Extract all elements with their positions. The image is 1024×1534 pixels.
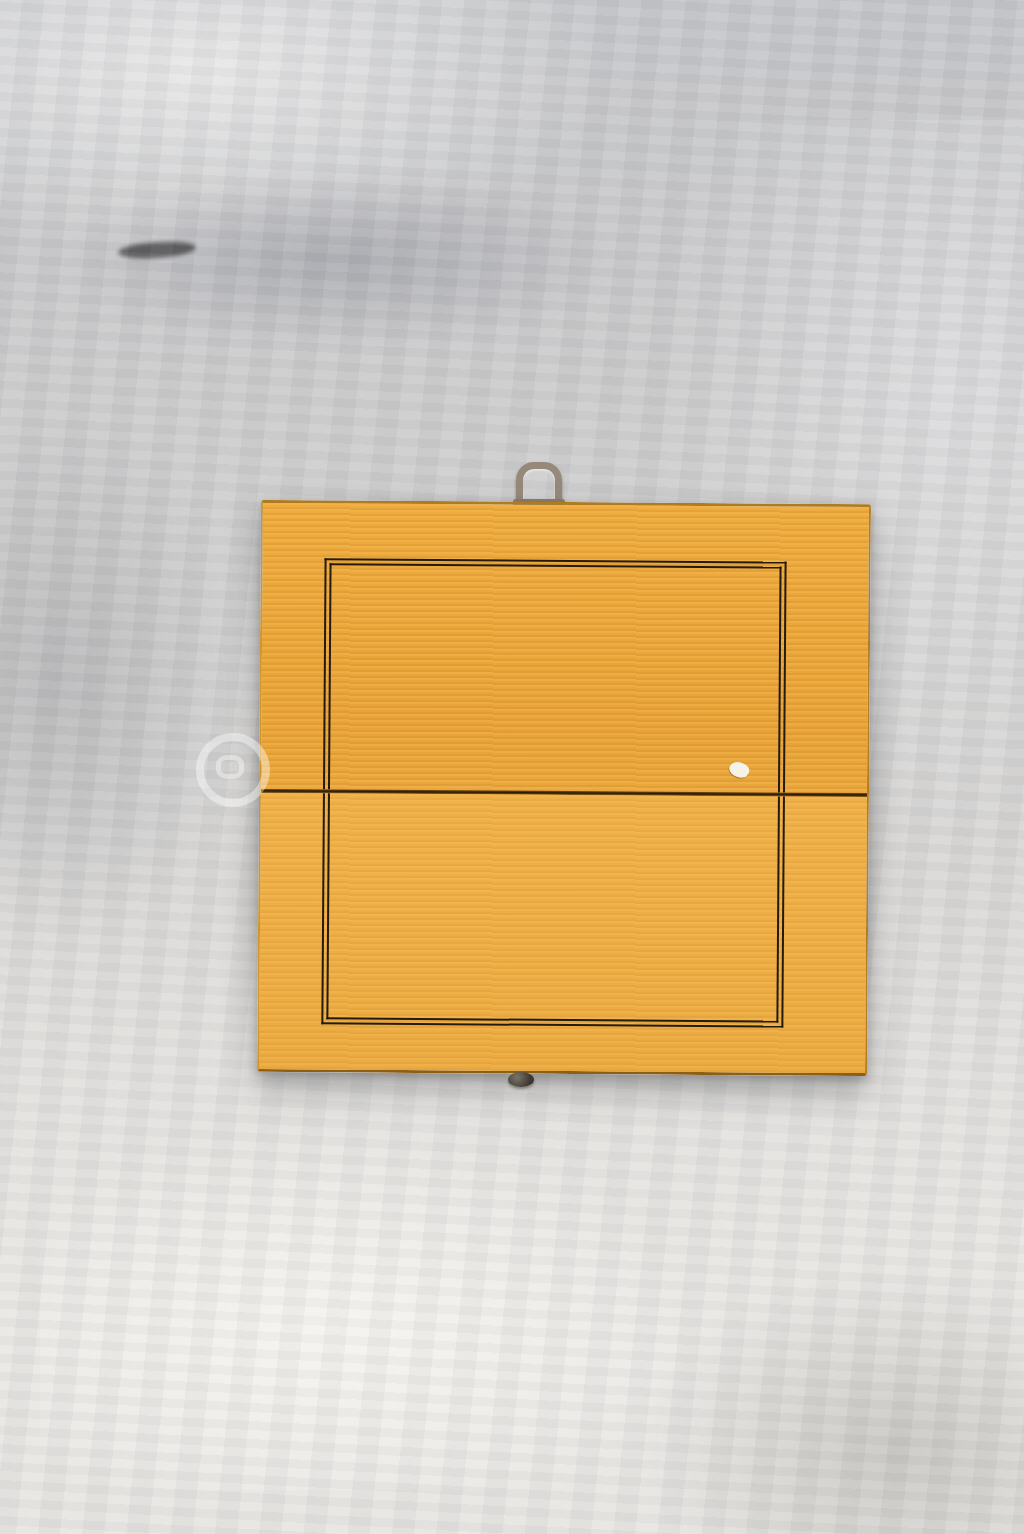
concrete-texture bbox=[60, 170, 620, 350]
rank-labels-right-top bbox=[785, 562, 867, 794]
concrete-texture bbox=[40, 1130, 680, 1490]
file-labels-top bbox=[332, 503, 780, 561]
rank-labels-left-top bbox=[261, 558, 325, 789]
file-labels-bottom bbox=[328, 1024, 776, 1072]
metal-hanging-clasp bbox=[516, 462, 562, 507]
dark-smudge bbox=[118, 239, 197, 260]
rank-labels-right-bottom bbox=[783, 797, 865, 1029]
concrete-texture bbox=[0, 420, 240, 940]
board-frame-bottom bbox=[321, 793, 785, 1027]
board-frame-top bbox=[323, 558, 787, 792]
board-bottom-half bbox=[259, 793, 867, 1073]
photo-scene bbox=[0, 0, 1024, 1534]
metal-hinge-pin bbox=[508, 1072, 534, 1087]
concrete-texture bbox=[0, 0, 620, 260]
board-grid-ranks-1-4 bbox=[328, 563, 782, 792]
rank-labels-left-bottom bbox=[259, 793, 323, 1024]
chess-board bbox=[257, 500, 871, 1076]
concrete-texture bbox=[644, 1274, 1024, 1534]
board-grid-ranks-5-8 bbox=[326, 793, 780, 1022]
board-top-half bbox=[261, 503, 869, 793]
